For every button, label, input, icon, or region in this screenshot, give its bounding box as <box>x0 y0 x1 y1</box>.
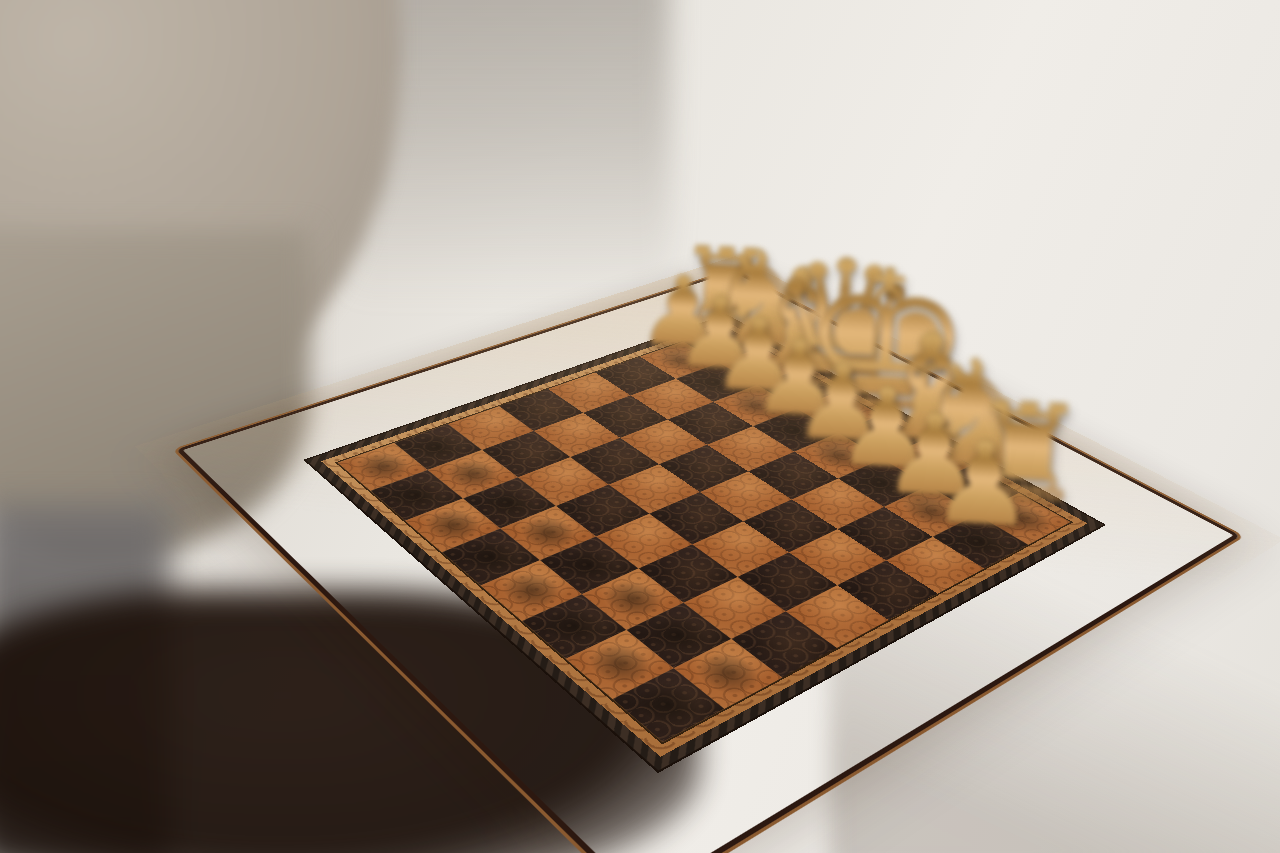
chess-board: ♜♞♝♛♚♝♞♜♟♟♟♟♟♟♟♟♟♟♟♟♟♟♟♟♜♞♝♛♚♝♞♜ <box>338 327 1070 742</box>
photo-scene: ♜♞♝♛♚♝♞♜♟♟♟♟♟♟♟♟♟♟♟♟♟♟♟♟♜♞♝♛♚♝♞♜ <box>0 0 1280 853</box>
white-pawn-glyph: ♟ <box>867 419 1100 547</box>
square-h2[interactable]: ♟ <box>933 514 1029 568</box>
scrollwork-strip: ♜♞♝♛♚♝♞♜♟♟♟♟♟♟♟♟♟♟♟♟♟♟♟♟♜♞♝♛♚♝♞♜ <box>321 321 1087 757</box>
black-rook-glyph: ♜ <box>534 536 810 711</box>
square-h8[interactable]: ♜ <box>613 668 724 742</box>
